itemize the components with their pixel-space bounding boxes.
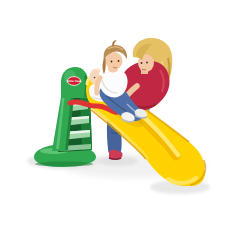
product-photo: Little Tikes — [0, 0, 228, 228]
brand-logo-text: Little Tikes — [67, 80, 82, 83]
scene-illustration: Little Tikes — [0, 0, 228, 228]
